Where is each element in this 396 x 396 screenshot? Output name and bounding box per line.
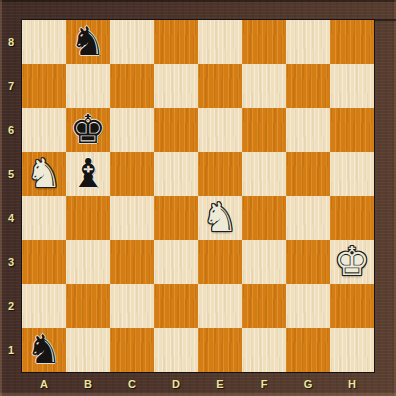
board-top-edge-line <box>374 19 396 21</box>
square-b1[interactable] <box>66 328 110 372</box>
square-c6[interactable] <box>110 108 154 152</box>
square-b3[interactable] <box>66 240 110 284</box>
rank-labels: 87654321 <box>0 20 22 372</box>
square-b4[interactable] <box>66 196 110 240</box>
square-a2[interactable] <box>22 284 66 328</box>
file-label-f: F <box>242 374 286 394</box>
square-a3[interactable] <box>22 240 66 284</box>
board-frame: 87654321 ABCDEFGH ♞♚♞♝♞♚♞ <box>0 0 396 396</box>
square-f3[interactable] <box>242 240 286 284</box>
square-h7[interactable] <box>330 64 374 108</box>
square-e6[interactable] <box>198 108 242 152</box>
square-a7[interactable] <box>22 64 66 108</box>
square-d4[interactable] <box>154 196 198 240</box>
square-h4[interactable] <box>330 196 374 240</box>
file-label-h: H <box>330 374 374 394</box>
piece-black-knight[interactable]: ♞ <box>26 327 62 371</box>
square-h2[interactable] <box>330 284 374 328</box>
square-g2[interactable] <box>286 284 330 328</box>
square-e1[interactable] <box>198 328 242 372</box>
square-h8[interactable] <box>330 20 374 64</box>
piece-black-knight[interactable]: ♞ <box>70 19 106 63</box>
square-b2[interactable] <box>66 284 110 328</box>
square-f4[interactable] <box>242 196 286 240</box>
square-g1[interactable] <box>286 328 330 372</box>
square-b8[interactable]: ♞ <box>66 20 110 64</box>
square-f8[interactable] <box>242 20 286 64</box>
square-c8[interactable] <box>110 20 154 64</box>
rank-label-3: 3 <box>0 240 22 284</box>
square-h5[interactable] <box>330 152 374 196</box>
rank-label-8: 8 <box>0 20 22 64</box>
file-label-c: C <box>110 374 154 394</box>
square-d7[interactable] <box>154 64 198 108</box>
square-f5[interactable] <box>242 152 286 196</box>
square-e3[interactable] <box>198 240 242 284</box>
square-e2[interactable] <box>198 284 242 328</box>
square-d6[interactable] <box>154 108 198 152</box>
file-label-g: G <box>286 374 330 394</box>
square-h6[interactable] <box>330 108 374 152</box>
square-g6[interactable] <box>286 108 330 152</box>
rank-label-1: 1 <box>0 328 22 372</box>
square-g3[interactable] <box>286 240 330 284</box>
rank-label-2: 2 <box>0 284 22 328</box>
square-d3[interactable] <box>154 240 198 284</box>
rank-label-6: 6 <box>0 108 22 152</box>
square-a5[interactable]: ♞ <box>22 152 66 196</box>
rank-label-4: 4 <box>0 196 22 240</box>
piece-white-knight[interactable]: ♞ <box>26 151 62 195</box>
square-c7[interactable] <box>110 64 154 108</box>
file-label-b: B <box>66 374 110 394</box>
square-g8[interactable] <box>286 20 330 64</box>
square-f6[interactable] <box>242 108 286 152</box>
chess-board: ♞♚♞♝♞♚♞ <box>22 20 374 372</box>
square-b6[interactable]: ♚ <box>66 108 110 152</box>
square-h1[interactable] <box>330 328 374 372</box>
file-label-a: A <box>22 374 66 394</box>
square-f1[interactable] <box>242 328 286 372</box>
square-c4[interactable] <box>110 196 154 240</box>
square-c3[interactable] <box>110 240 154 284</box>
square-e8[interactable] <box>198 20 242 64</box>
square-a6[interactable] <box>22 108 66 152</box>
square-c5[interactable] <box>110 152 154 196</box>
square-f7[interactable] <box>242 64 286 108</box>
square-c1[interactable] <box>110 328 154 372</box>
piece-black-king[interactable]: ♚ <box>70 107 106 151</box>
square-d8[interactable] <box>154 20 198 64</box>
square-h3[interactable]: ♚ <box>330 240 374 284</box>
piece-white-knight[interactable]: ♞ <box>202 195 238 239</box>
file-labels: ABCDEFGH <box>22 374 374 394</box>
square-e5[interactable] <box>198 152 242 196</box>
square-c2[interactable] <box>110 284 154 328</box>
square-d5[interactable] <box>154 152 198 196</box>
square-b7[interactable] <box>66 64 110 108</box>
square-e7[interactable] <box>198 64 242 108</box>
piece-black-bishop[interactable]: ♝ <box>70 151 106 195</box>
square-a4[interactable] <box>22 196 66 240</box>
piece-white-king[interactable]: ♚ <box>334 239 370 283</box>
square-b5[interactable]: ♝ <box>66 152 110 196</box>
square-d1[interactable] <box>154 328 198 372</box>
square-a8[interactable] <box>22 20 66 64</box>
square-a1[interactable]: ♞ <box>22 328 66 372</box>
file-label-e: E <box>198 374 242 394</box>
rank-label-5: 5 <box>0 152 22 196</box>
file-label-d: D <box>154 374 198 394</box>
square-g5[interactable] <box>286 152 330 196</box>
square-g7[interactable] <box>286 64 330 108</box>
square-d2[interactable] <box>154 284 198 328</box>
square-e4[interactable]: ♞ <box>198 196 242 240</box>
square-f2[interactable] <box>242 284 286 328</box>
square-g4[interactable] <box>286 196 330 240</box>
rank-label-7: 7 <box>0 64 22 108</box>
